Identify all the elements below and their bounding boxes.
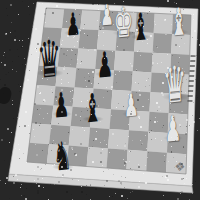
board-corner-ornament-icon: ❖ <box>171 158 188 175</box>
square-a7 <box>41 27 62 47</box>
square-g1 <box>146 151 167 172</box>
square-c7 <box>78 29 98 49</box>
square-c5 <box>75 68 96 89</box>
square-f8 <box>135 12 154 33</box>
square-b1 <box>47 144 69 165</box>
square-a6 <box>39 47 60 67</box>
square-e4 <box>111 90 132 111</box>
square-d5 <box>94 69 115 90</box>
square-b6 <box>58 48 79 68</box>
square-d8 <box>99 11 119 31</box>
square-a3 <box>32 104 54 125</box>
chess-board <box>0 0 200 200</box>
square-f2 <box>128 130 149 151</box>
square-g6 <box>152 53 172 74</box>
square-b5 <box>56 67 77 88</box>
square-e3 <box>110 109 131 130</box>
square-b4 <box>53 86 74 107</box>
square-c8 <box>80 10 100 30</box>
square-e1 <box>107 148 128 169</box>
square-g7 <box>153 33 172 54</box>
square-d3 <box>90 108 111 129</box>
square-h6 <box>170 54 189 75</box>
square-e7 <box>116 31 136 52</box>
square-g2 <box>147 132 168 153</box>
square-b2 <box>49 125 71 146</box>
square-c4 <box>73 87 94 108</box>
square-d1 <box>87 147 108 168</box>
chessboard-photo: ♟♟♚♝♝♛♟♛♟♝♟♟♞ ❖ <box>0 0 200 200</box>
square-d6 <box>95 50 115 71</box>
square-a2 <box>29 124 51 145</box>
square-g8 <box>154 13 173 34</box>
square-f1 <box>126 150 147 171</box>
square-f7 <box>134 32 154 53</box>
square-b7 <box>60 28 81 48</box>
square-e6 <box>114 51 134 72</box>
square-f3 <box>129 111 150 132</box>
square-e5 <box>113 70 133 91</box>
square-a8 <box>44 8 65 28</box>
square-e8 <box>117 12 137 33</box>
square-a4 <box>34 85 55 106</box>
square-d2 <box>88 128 109 149</box>
square-h7 <box>171 34 190 55</box>
square-h8 <box>172 14 191 35</box>
square-a1 <box>27 143 49 164</box>
square-c3 <box>71 107 92 128</box>
square-h3 <box>168 113 188 134</box>
square-g4 <box>149 92 169 113</box>
square-h2 <box>167 133 187 154</box>
square-h4 <box>169 93 189 114</box>
square-f5 <box>132 71 152 92</box>
square-d4 <box>92 89 113 110</box>
square-c1 <box>67 146 89 167</box>
square-d7 <box>97 30 117 51</box>
square-c2 <box>69 126 90 147</box>
square-e2 <box>108 129 129 150</box>
square-a5 <box>37 66 58 86</box>
square-g5 <box>151 72 171 93</box>
square-g3 <box>148 112 168 133</box>
square-c6 <box>76 49 97 70</box>
square-b3 <box>51 106 72 127</box>
square-h5 <box>170 74 190 95</box>
square-f4 <box>130 91 150 112</box>
square-b8 <box>62 9 82 29</box>
square-f6 <box>133 52 153 73</box>
